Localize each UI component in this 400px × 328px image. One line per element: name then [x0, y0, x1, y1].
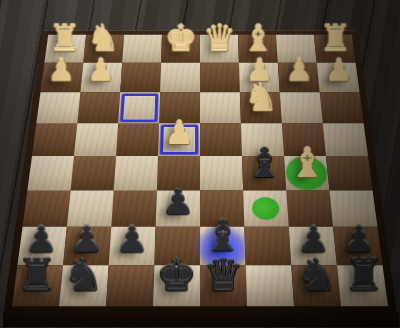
square-e4[interactable]: ♟: [158, 123, 200, 156]
square-h3[interactable]: [36, 92, 80, 123]
square-h2[interactable]: ♟: [40, 63, 83, 92]
black-queen[interactable]: ♛: [199, 253, 248, 297]
square-e8[interactable]: ♚: [153, 265, 200, 306]
square-c6[interactable]: [243, 190, 289, 226]
black-pawn[interactable]: ♟: [108, 221, 156, 257]
square-b8[interactable]: ♞: [291, 265, 341, 306]
square-d4[interactable]: [200, 123, 242, 156]
white-pawn[interactable]: ♟: [157, 116, 201, 149]
square-d5[interactable]: [200, 156, 243, 190]
black-pawn[interactable]: ♟: [155, 184, 201, 219]
legal-move-dot[interactable]: [252, 197, 280, 220]
square-b3[interactable]: [280, 92, 323, 123]
square-e6[interactable]: ♟: [156, 190, 200, 226]
white-pawn[interactable]: ♟: [80, 55, 122, 86]
white-queen[interactable]: ♛: [199, 20, 240, 57]
black-rook[interactable]: ♜: [12, 253, 61, 297]
square-g4[interactable]: [74, 123, 118, 156]
square-f4[interactable]: [116, 123, 159, 156]
chess-app-scene: ♜♞♚♛♝♜♟♟♟♟♟♞♟♝♝♟♟♟♟♝♟♟♜♞♚♛♞♜: [0, 0, 400, 328]
white-pawn[interactable]: ♟: [40, 55, 82, 86]
square-f7[interactable]: ♟: [109, 227, 156, 266]
square-d3[interactable]: [200, 92, 241, 123]
square-d8[interactable]: ♛: [200, 265, 247, 306]
square-b5[interactable]: ♝: [284, 156, 329, 190]
black-knight[interactable]: ♞: [292, 253, 341, 297]
square-a3[interactable]: [320, 92, 364, 123]
black-bishop[interactable]: ♝: [242, 142, 287, 183]
square-f1[interactable]: [122, 35, 162, 63]
square-h5[interactable]: [27, 156, 74, 190]
square-f2[interactable]: [120, 63, 161, 92]
white-pawn[interactable]: ♟: [318, 55, 360, 86]
square-b2[interactable]: ♟: [278, 63, 320, 92]
white-knight[interactable]: ♞: [240, 78, 283, 117]
square-g3[interactable]: [77, 92, 120, 123]
white-king[interactable]: ♚: [160, 20, 201, 57]
square-h4[interactable]: [32, 123, 77, 156]
square-h8[interactable]: ♜: [12, 265, 63, 306]
black-rook[interactable]: ♜: [339, 253, 388, 297]
white-pawn[interactable]: ♟: [278, 55, 320, 86]
square-g8[interactable]: ♞: [59, 265, 109, 306]
square-f3[interactable]: [118, 92, 160, 123]
square-c5[interactable]: ♝: [242, 156, 286, 190]
square-a5[interactable]: [326, 156, 373, 190]
square-g2[interactable]: ♟: [80, 63, 122, 92]
last-move-highlight: [120, 94, 158, 122]
square-c8[interactable]: [246, 265, 294, 306]
square-d1[interactable]: ♛: [200, 35, 239, 63]
square-c7[interactable]: [244, 227, 291, 266]
black-king[interactable]: ♚: [152, 253, 201, 297]
board-tilt-wrapper: ♜♞♚♛♝♜♟♟♟♟♟♞♟♝♝♟♟♟♟♝♟♟♜♞♚♛♞♜: [3, 30, 397, 313]
square-e2[interactable]: [160, 63, 200, 92]
square-f8[interactable]: [106, 265, 154, 306]
square-a8[interactable]: ♜: [337, 265, 388, 306]
perspective-camera-wrapper: ♜♞♚♛♝♜♟♟♟♟♟♞♟♝♝♟♟♟♟♝♟♟♜♞♚♛♞♜: [25, 0, 375, 328]
chess-board: ♜♞♚♛♝♜♟♟♟♟♟♞♟♝♝♟♟♟♟♝♟♟♜♞♚♛♞♜: [3, 30, 397, 313]
square-a2[interactable]: ♟: [317, 63, 360, 92]
square-g5[interactable]: [71, 156, 116, 190]
square-d2[interactable]: [200, 63, 240, 92]
white-bishop[interactable]: ♝: [285, 142, 330, 183]
black-knight[interactable]: ♞: [59, 253, 108, 297]
square-c3[interactable]: ♞: [240, 92, 282, 123]
square-e1[interactable]: ♚: [161, 35, 200, 63]
square-f5[interactable]: [114, 156, 158, 190]
